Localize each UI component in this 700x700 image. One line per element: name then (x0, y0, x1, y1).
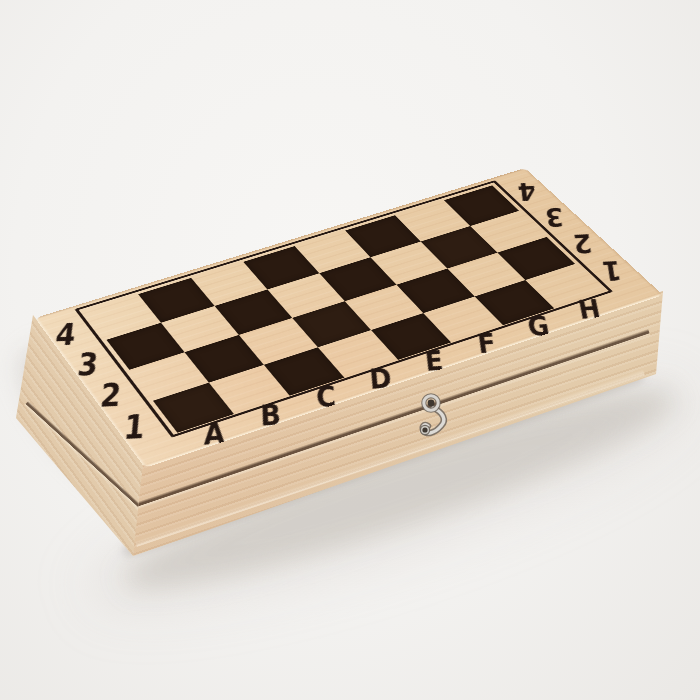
rank-label-right-3: 3 (544, 204, 565, 230)
rank-label-left-1: 1 (122, 410, 146, 444)
rank-label-left-2: 2 (99, 379, 123, 412)
rank-label-right-1: 1 (600, 257, 623, 284)
rank-label-left-4: 4 (54, 319, 78, 350)
chess-box-photo: ABCDEFGH43214321 (0, 0, 700, 700)
rank-label-right-2: 2 (572, 230, 594, 257)
clasp-screw-top (428, 400, 435, 407)
clasp-screw-bottom (422, 427, 427, 432)
rank-label-left-3: 3 (76, 348, 100, 380)
rank-label-right-4: 4 (517, 179, 538, 204)
clasp-latch (404, 386, 474, 456)
